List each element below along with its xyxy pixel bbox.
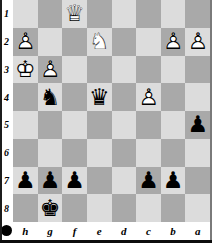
white-pawn-icon: ♙	[185, 28, 210, 56]
black-pawn-icon: ♟	[13, 167, 38, 195]
square-h5[interactable]	[13, 111, 38, 139]
square-f6[interactable]	[62, 139, 87, 167]
square-e4[interactable]: ♛	[87, 83, 112, 111]
piece-white-queen-f1[interactable]: ♛♕	[62, 0, 87, 28]
square-a6[interactable]	[185, 139, 210, 167]
white-pawn-icon: ♙	[136, 83, 161, 111]
piece-black-queen-e4[interactable]: ♛	[87, 83, 112, 111]
square-c4[interactable]: ♟♙	[136, 83, 161, 111]
file-labels: hgfedcba	[13, 222, 210, 240]
black-knight-icon: ♞	[38, 83, 63, 111]
piece-black-pawn-c7[interactable]: ♟	[136, 167, 161, 195]
square-f1[interactable]: ♛♕	[62, 0, 87, 28]
piece-white-pawn-a2[interactable]: ♟♙	[185, 28, 210, 56]
square-a7[interactable]	[185, 167, 210, 195]
square-g6[interactable]	[38, 139, 63, 167]
square-f8[interactable]	[62, 194, 87, 222]
square-d8[interactable]	[112, 194, 137, 222]
white-king-icon: ♔	[13, 56, 38, 84]
square-d6[interactable]	[112, 139, 137, 167]
square-g4[interactable]: ♞	[38, 83, 63, 111]
black-queen-icon: ♛	[87, 83, 112, 111]
square-b7[interactable]: ♟	[161, 167, 186, 195]
square-g8[interactable]: ♚	[38, 194, 63, 222]
square-b4[interactable]	[161, 83, 186, 111]
piece-white-pawn-h2[interactable]: ♟♙	[13, 28, 38, 56]
square-c7[interactable]: ♟	[136, 167, 161, 195]
black-pawn-icon: ♟	[62, 167, 87, 195]
piece-black-pawn-b7[interactable]: ♟	[161, 167, 186, 195]
square-a2[interactable]: ♟♙	[185, 28, 210, 56]
piece-white-pawn-c4[interactable]: ♟♙	[136, 83, 161, 111]
square-b5[interactable]	[161, 111, 186, 139]
square-c3[interactable]	[136, 56, 161, 84]
square-e1[interactable]	[87, 0, 112, 28]
square-e3[interactable]	[87, 56, 112, 84]
file-label-b: b	[161, 222, 186, 240]
white-pawn-icon: ♙	[161, 28, 186, 56]
square-d3[interactable]	[112, 56, 137, 84]
square-f3[interactable]	[62, 56, 87, 84]
square-c2[interactable]	[136, 28, 161, 56]
file-label-a: a	[185, 222, 210, 240]
piece-white-pawn-b2[interactable]: ♟♙	[161, 28, 186, 56]
piece-white-knight-e2[interactable]: ♞♘	[87, 28, 112, 56]
white-knight-icon: ♘	[87, 28, 112, 56]
file-label-h: h	[13, 222, 38, 240]
square-f7[interactable]: ♟	[62, 167, 87, 195]
square-d7[interactable]	[112, 167, 137, 195]
square-g7[interactable]: ♟	[38, 167, 63, 195]
square-a8[interactable]	[185, 194, 210, 222]
square-c1[interactable]	[136, 0, 161, 28]
square-a5[interactable]: ♟	[185, 111, 210, 139]
black-pawn-icon: ♟	[185, 111, 210, 139]
piece-black-pawn-a5[interactable]: ♟	[185, 111, 210, 139]
square-d5[interactable]	[112, 111, 137, 139]
square-e6[interactable]	[87, 139, 112, 167]
square-f5[interactable]	[62, 111, 87, 139]
white-pawn-icon: ♙	[38, 56, 63, 84]
black-pawn-icon: ♟	[161, 167, 186, 195]
piece-white-king-h3[interactable]: ♚♔	[13, 56, 38, 84]
piece-white-pawn-g3[interactable]: ♟♙	[38, 56, 63, 84]
file-label-g: g	[38, 222, 63, 240]
side-to-move-indicator	[1, 225, 12, 236]
square-d1[interactable]	[112, 0, 137, 28]
square-c5[interactable]	[136, 111, 161, 139]
black-pawn-icon: ♟	[136, 167, 161, 195]
chess-board[interactable]: ♛♕♟♙♞♘♟♙♟♙♚♔♟♙♞♛♟♙♟♟♟♟♟♟♚	[13, 0, 210, 222]
square-d4[interactable]	[112, 83, 137, 111]
square-f4[interactable]	[62, 83, 87, 111]
square-e7[interactable]	[87, 167, 112, 195]
black-pawn-icon: ♟	[38, 167, 63, 195]
square-e2[interactable]: ♞♘	[87, 28, 112, 56]
piece-black-king-g8[interactable]: ♚	[38, 194, 63, 222]
piece-black-knight-g4[interactable]: ♞	[38, 83, 63, 111]
square-a1[interactable]	[185, 0, 210, 28]
square-h2[interactable]: ♟♙	[13, 28, 38, 56]
white-queen-icon: ♕	[62, 0, 87, 28]
file-label-c: c	[136, 222, 161, 240]
square-c6[interactable]	[136, 139, 161, 167]
piece-black-pawn-h7[interactable]: ♟	[13, 167, 38, 195]
black-king-icon: ♚	[38, 194, 63, 222]
file-label-f: f	[62, 222, 87, 240]
square-e5[interactable]	[87, 111, 112, 139]
square-g5[interactable]	[38, 111, 63, 139]
square-a4[interactable]	[185, 83, 210, 111]
square-b1[interactable]	[161, 0, 186, 28]
right-border	[210, 0, 212, 243]
square-h1[interactable]	[13, 0, 38, 28]
square-b3[interactable]	[161, 56, 186, 84]
white-pawn-icon: ♙	[13, 28, 38, 56]
square-g3[interactable]: ♟♙	[38, 56, 63, 84]
square-d2[interactable]	[112, 28, 137, 56]
square-h8[interactable]	[13, 194, 38, 222]
square-a3[interactable]	[185, 56, 210, 84]
square-b6[interactable]	[161, 139, 186, 167]
square-e8[interactable]	[87, 194, 112, 222]
file-label-e: e	[87, 222, 112, 240]
square-c8[interactable]	[136, 194, 161, 222]
left-border	[0, 0, 2, 243]
square-g2[interactable]	[38, 28, 63, 56]
piece-black-pawn-g7[interactable]: ♟	[38, 167, 63, 195]
square-h4[interactable]	[13, 83, 38, 111]
piece-black-pawn-f7[interactable]: ♟	[62, 167, 87, 195]
square-f2[interactable]	[62, 28, 87, 56]
file-label-d: d	[112, 222, 137, 240]
square-b8[interactable]	[161, 194, 186, 222]
square-g1[interactable]	[38, 0, 63, 28]
square-h6[interactable]	[13, 139, 38, 167]
square-h7[interactable]: ♟	[13, 167, 38, 195]
chess-board-diagram: 12345678 ♛♕♟♙♞♘♟♙♟♙♚♔♟♙♞♛♟♙♟♟♟♟♟♟♚ hgfed…	[0, 0, 212, 243]
square-b2[interactable]: ♟♙	[161, 28, 186, 56]
square-h3[interactable]: ♚♔	[13, 56, 38, 84]
